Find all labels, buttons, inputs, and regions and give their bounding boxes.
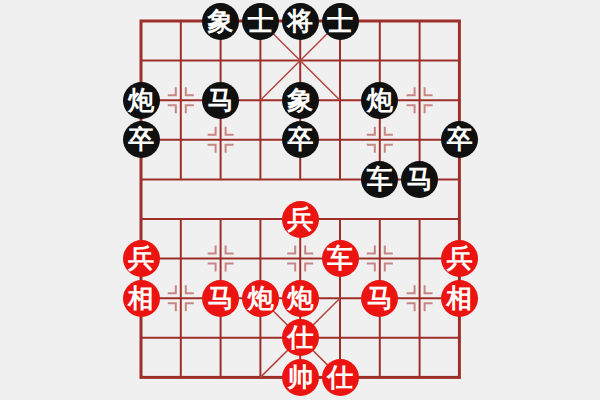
piece-black-horse[interactable]: 马 xyxy=(401,161,438,198)
piece-red-cannon[interactable]: 炮 xyxy=(242,280,279,317)
piece-red-chariot[interactable]: 车 xyxy=(322,240,359,277)
piece-red-soldier[interactable]: 兵 xyxy=(282,201,319,238)
piece-red-horse[interactable]: 马 xyxy=(202,280,239,317)
piece-black-cannon[interactable]: 炮 xyxy=(361,82,398,119)
piece-black-soldier[interactable]: 卒 xyxy=(441,121,478,158)
piece-red-king[interactable]: 帅 xyxy=(282,359,319,396)
piece-black-soldier[interactable]: 卒 xyxy=(123,121,160,158)
piece-black-elephant[interactable]: 象 xyxy=(282,82,319,119)
piece-black-horse[interactable]: 马 xyxy=(202,82,239,119)
piece-red-soldier[interactable]: 兵 xyxy=(441,240,478,277)
piece-red-horse[interactable]: 马 xyxy=(361,280,398,317)
piece-red-advisor[interactable]: 仕 xyxy=(282,319,319,356)
piece-red-advisor[interactable]: 仕 xyxy=(322,359,359,396)
piece-red-elephant[interactable]: 相 xyxy=(123,280,160,317)
xiangqi-board: 象士将士炮马象炮卒卒卒车马兵兵车兵相马炮炮马相仕帅仕 xyxy=(0,0,600,400)
piece-black-king[interactable]: 将 xyxy=(282,3,319,40)
piece-red-elephant[interactable]: 相 xyxy=(441,280,478,317)
piece-black-chariot[interactable]: 车 xyxy=(361,161,398,198)
piece-red-cannon[interactable]: 炮 xyxy=(282,280,319,317)
piece-black-cannon[interactable]: 炮 xyxy=(123,82,160,119)
piece-black-elephant[interactable]: 象 xyxy=(202,3,239,40)
app-background: 象士将士炮马象炮卒卒卒车马兵兵车兵相马炮炮马相仕帅仕 xyxy=(0,0,600,400)
piece-black-soldier[interactable]: 卒 xyxy=(282,121,319,158)
piece-black-advisor[interactable]: 士 xyxy=(322,3,359,40)
piece-red-soldier[interactable]: 兵 xyxy=(123,240,160,277)
pieces-layer: 象士将士炮马象炮卒卒卒车马兵兵车兵相马炮炮马相仕帅仕 xyxy=(0,0,600,400)
piece-black-advisor[interactable]: 士 xyxy=(242,3,279,40)
